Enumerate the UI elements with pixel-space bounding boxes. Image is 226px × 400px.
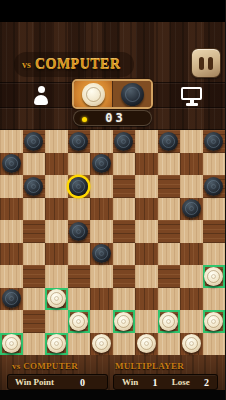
square-3-8[interactable]	[180, 198, 203, 221]
turn-cell-black	[112, 81, 151, 107]
square-1-8[interactable]	[180, 153, 203, 176]
square-9-8[interactable]	[180, 333, 203, 356]
square-2-3[interactable]	[68, 175, 91, 198]
white-man[interactable]	[204, 267, 223, 286]
black-man[interactable]	[69, 177, 88, 196]
status-bar-bottom	[0, 390, 225, 400]
status-bar-top	[0, 0, 225, 22]
square-2-6	[135, 175, 158, 198]
white-man[interactable]	[137, 334, 156, 353]
white-man[interactable]	[69, 312, 88, 331]
square-8-1[interactable]	[23, 310, 46, 333]
black-man[interactable]	[204, 132, 223, 151]
square-6-0	[0, 265, 23, 288]
square-8-4	[90, 310, 113, 333]
black-man[interactable]	[204, 177, 223, 196]
black-man[interactable]	[182, 199, 201, 218]
square-0-2	[45, 130, 68, 153]
square-1-5	[113, 153, 136, 176]
square-4-6	[135, 220, 158, 243]
square-8-0	[0, 310, 23, 333]
square-9-9	[203, 333, 226, 356]
square-0-9[interactable]	[203, 130, 226, 153]
square-5-2[interactable]	[45, 243, 68, 266]
square-0-0	[0, 130, 23, 153]
square-7-5	[113, 288, 136, 311]
square-7-4[interactable]	[90, 288, 113, 311]
square-9-4[interactable]	[90, 333, 113, 356]
square-4-0	[0, 220, 23, 243]
square-4-9[interactable]	[203, 220, 226, 243]
square-7-7	[158, 288, 181, 311]
square-3-6[interactable]	[135, 198, 158, 221]
win-label: Win	[122, 377, 138, 387]
board	[0, 130, 225, 355]
white-man[interactable]	[182, 334, 201, 353]
white-man[interactable]	[47, 334, 66, 353]
square-6-3[interactable]	[68, 265, 91, 288]
turn-indicator	[72, 79, 153, 109]
square-3-4[interactable]	[90, 198, 113, 221]
square-7-6[interactable]	[135, 288, 158, 311]
square-6-7[interactable]	[158, 265, 181, 288]
lose-label: Lose	[172, 377, 190, 387]
square-9-0[interactable]	[0, 333, 23, 356]
square-7-9	[203, 288, 226, 311]
black-piece-indicator	[121, 83, 144, 106]
square-1-6[interactable]	[135, 153, 158, 176]
lose-value: 2	[204, 377, 209, 388]
square-5-6[interactable]	[135, 243, 158, 266]
square-2-4	[90, 175, 113, 198]
black-man[interactable]	[24, 132, 43, 151]
square-7-3	[68, 288, 91, 311]
square-3-3	[68, 198, 91, 221]
move-timer: 03	[73, 110, 152, 126]
win-lose-box: Win 1 Lose 2	[113, 374, 218, 390]
square-0-7[interactable]	[158, 130, 181, 153]
square-1-1	[23, 153, 46, 176]
square-3-2[interactable]	[45, 198, 68, 221]
square-9-5	[113, 333, 136, 356]
square-6-4	[90, 265, 113, 288]
win-point-box: Win Point 0	[7, 374, 108, 390]
square-5-1	[23, 243, 46, 266]
white-man[interactable]	[92, 334, 111, 353]
square-9-1	[23, 333, 46, 356]
square-2-0	[0, 175, 23, 198]
square-6-2	[45, 265, 68, 288]
black-man[interactable]	[2, 289, 21, 308]
white-man[interactable]	[47, 289, 66, 308]
square-8-8	[180, 310, 203, 333]
square-0-5[interactable]	[113, 130, 136, 153]
square-4-7[interactable]	[158, 220, 181, 243]
title-vs-label: vs	[22, 59, 31, 70]
white-man[interactable]	[204, 312, 223, 331]
square-3-7	[158, 198, 181, 221]
black-man[interactable]	[159, 132, 178, 151]
timer-dot-icon	[82, 117, 87, 122]
square-2-8	[180, 175, 203, 198]
win-point-label: Win Point	[15, 377, 54, 387]
win-value: 1	[153, 377, 158, 388]
black-man[interactable]	[92, 244, 111, 263]
square-1-9	[203, 153, 226, 176]
square-4-1[interactable]	[23, 220, 46, 243]
black-man[interactable]	[24, 177, 43, 196]
square-8-2	[45, 310, 68, 333]
square-4-2	[45, 220, 68, 243]
square-5-0[interactable]	[0, 243, 23, 266]
square-3-1	[23, 198, 46, 221]
win-point-value: 0	[80, 377, 85, 388]
square-6-6	[135, 265, 158, 288]
square-6-9[interactable]	[203, 265, 226, 288]
square-4-5[interactable]	[113, 220, 136, 243]
app-screen: vs COMPUTER 03 vs COMPUTER MULTIPLAYER W…	[0, 0, 225, 400]
footer-multiplayer-label: MULTIPLAYER	[115, 361, 184, 371]
square-5-7	[158, 243, 181, 266]
person-icon	[33, 86, 49, 106]
square-1-7	[158, 153, 181, 176]
square-8-9[interactable]	[203, 310, 226, 333]
timer-value: 03	[105, 111, 125, 125]
square-5-4[interactable]	[90, 243, 113, 266]
square-1-4[interactable]	[90, 153, 113, 176]
square-8-7[interactable]	[158, 310, 181, 333]
square-2-2	[45, 175, 68, 198]
square-3-9	[203, 198, 226, 221]
square-5-3	[68, 243, 91, 266]
page-title: vs COMPUTER	[14, 52, 134, 77]
pause-button[interactable]	[191, 48, 221, 78]
square-4-4	[90, 220, 113, 243]
square-0-6	[135, 130, 158, 153]
square-4-8	[180, 220, 203, 243]
square-7-2[interactable]	[45, 288, 68, 311]
square-9-2[interactable]	[45, 333, 68, 356]
square-0-1[interactable]	[23, 130, 46, 153]
monitor-icon	[181, 87, 202, 106]
square-9-7	[158, 333, 181, 356]
square-9-3	[68, 333, 91, 356]
square-2-7[interactable]	[158, 175, 181, 198]
square-1-3	[68, 153, 91, 176]
square-2-9[interactable]	[203, 175, 226, 198]
white-piece-indicator	[82, 83, 105, 106]
black-man[interactable]	[92, 154, 111, 173]
square-0-4	[90, 130, 113, 153]
footer-vs-computer-label: vs COMPUTER	[12, 361, 78, 371]
square-5-8[interactable]	[180, 243, 203, 266]
square-9-6[interactable]	[135, 333, 158, 356]
square-8-6	[135, 310, 158, 333]
square-3-0[interactable]	[0, 198, 23, 221]
square-8-3[interactable]	[68, 310, 91, 333]
square-7-1	[23, 288, 46, 311]
square-3-5	[113, 198, 136, 221]
square-1-0[interactable]	[0, 153, 23, 176]
square-2-1[interactable]	[23, 175, 46, 198]
white-man[interactable]	[114, 312, 133, 331]
square-8-5[interactable]	[113, 310, 136, 333]
square-6-8	[180, 265, 203, 288]
square-6-1[interactable]	[23, 265, 46, 288]
square-6-5[interactable]	[113, 265, 136, 288]
pause-icon	[199, 57, 213, 70]
square-0-8	[180, 130, 203, 153]
square-4-3[interactable]	[68, 220, 91, 243]
black-man[interactable]	[2, 154, 21, 173]
white-man[interactable]	[2, 334, 21, 353]
square-7-8[interactable]	[180, 288, 203, 311]
square-0-3[interactable]	[68, 130, 91, 153]
footer: vs COMPUTER MULTIPLAYER Win Point 0 Win …	[0, 355, 225, 390]
black-man[interactable]	[114, 132, 133, 151]
square-5-9	[203, 243, 226, 266]
square-2-5[interactable]	[113, 175, 136, 198]
black-man[interactable]	[69, 132, 88, 151]
turn-cell-white-active	[74, 81, 112, 107]
square-5-5	[113, 243, 136, 266]
title-main-label: COMPUTER	[35, 57, 121, 73]
black-man[interactable]	[69, 222, 88, 241]
white-man[interactable]	[159, 312, 178, 331]
square-1-2[interactable]	[45, 153, 68, 176]
square-7-0[interactable]	[0, 288, 23, 311]
